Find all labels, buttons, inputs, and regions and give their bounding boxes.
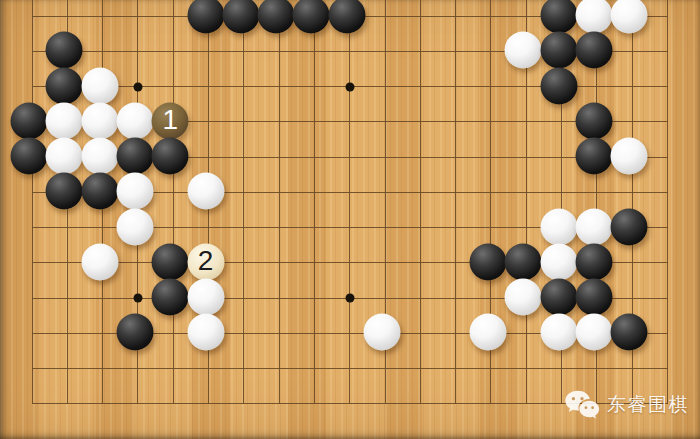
stone-white xyxy=(81,138,118,175)
stone-black xyxy=(540,32,577,69)
move-number-label: 1 xyxy=(162,106,178,134)
stone-black xyxy=(81,173,118,210)
stone-white xyxy=(116,173,153,210)
stone-black xyxy=(611,208,648,245)
grid-vline xyxy=(667,0,668,404)
stone-white xyxy=(46,138,83,175)
stone-black xyxy=(152,279,189,316)
stone-white xyxy=(364,314,401,351)
stone-black xyxy=(575,279,612,316)
stone-black xyxy=(222,0,259,34)
grid-hline xyxy=(32,368,668,369)
stone-black xyxy=(540,67,577,104)
stone-black xyxy=(46,173,83,210)
stone-white xyxy=(116,102,153,139)
stone-white xyxy=(116,208,153,245)
grid-vline xyxy=(420,0,421,404)
stone-black xyxy=(11,102,48,139)
stone-black xyxy=(46,32,83,69)
move-number-label: 2 xyxy=(198,247,214,275)
stone-white xyxy=(505,279,542,316)
grid-vline xyxy=(349,0,350,404)
stone-black xyxy=(540,0,577,34)
star-point xyxy=(345,82,354,91)
stone-white xyxy=(81,243,118,280)
stone-white xyxy=(187,314,224,351)
grid-vline xyxy=(314,0,315,404)
stone-white xyxy=(540,243,577,280)
stone-white xyxy=(469,314,506,351)
stone-black xyxy=(152,243,189,280)
stone-white xyxy=(611,0,648,34)
stone-white xyxy=(611,138,648,175)
grid-vline xyxy=(173,0,174,404)
stone-white xyxy=(575,0,612,34)
stone-black xyxy=(46,67,83,104)
stone-black xyxy=(575,138,612,175)
stone-black xyxy=(611,314,648,351)
stone-black xyxy=(469,243,506,280)
star-point xyxy=(133,82,142,91)
stone-black xyxy=(575,32,612,69)
grid-vline xyxy=(243,0,244,404)
stone-black xyxy=(258,0,295,34)
star-point xyxy=(345,294,354,303)
stone-black-move-1: 1 xyxy=(152,102,189,139)
stone-black xyxy=(11,138,48,175)
go-board[interactable]: 12 xyxy=(0,0,700,439)
stone-white xyxy=(81,102,118,139)
stone-black xyxy=(152,138,189,175)
stone-white xyxy=(540,314,577,351)
stone-white xyxy=(46,102,83,139)
grid-vline xyxy=(279,0,280,404)
wechat-icon xyxy=(564,390,600,420)
stone-white-move-2: 2 xyxy=(187,243,224,280)
grid-vline xyxy=(455,0,456,404)
stone-white xyxy=(575,314,612,351)
stone-white xyxy=(187,279,224,316)
stone-black xyxy=(575,243,612,280)
stone-white xyxy=(81,67,118,104)
stone-black xyxy=(328,0,365,34)
star-point xyxy=(133,294,142,303)
watermark-text: 东睿围棋 xyxy=(607,392,689,418)
stone-black xyxy=(116,138,153,175)
stone-white xyxy=(575,208,612,245)
stone-white xyxy=(540,208,577,245)
stone-white xyxy=(505,32,542,69)
stone-black xyxy=(116,314,153,351)
grid-vline xyxy=(32,0,33,404)
stone-white xyxy=(187,173,224,210)
stone-black xyxy=(505,243,542,280)
watermark: 东睿围棋 xyxy=(564,390,689,420)
stone-black xyxy=(293,0,330,34)
stone-black xyxy=(540,279,577,316)
stone-black xyxy=(575,102,612,139)
stone-black xyxy=(187,0,224,34)
go-board-screenshot: 12 东睿围棋 xyxy=(0,0,700,439)
